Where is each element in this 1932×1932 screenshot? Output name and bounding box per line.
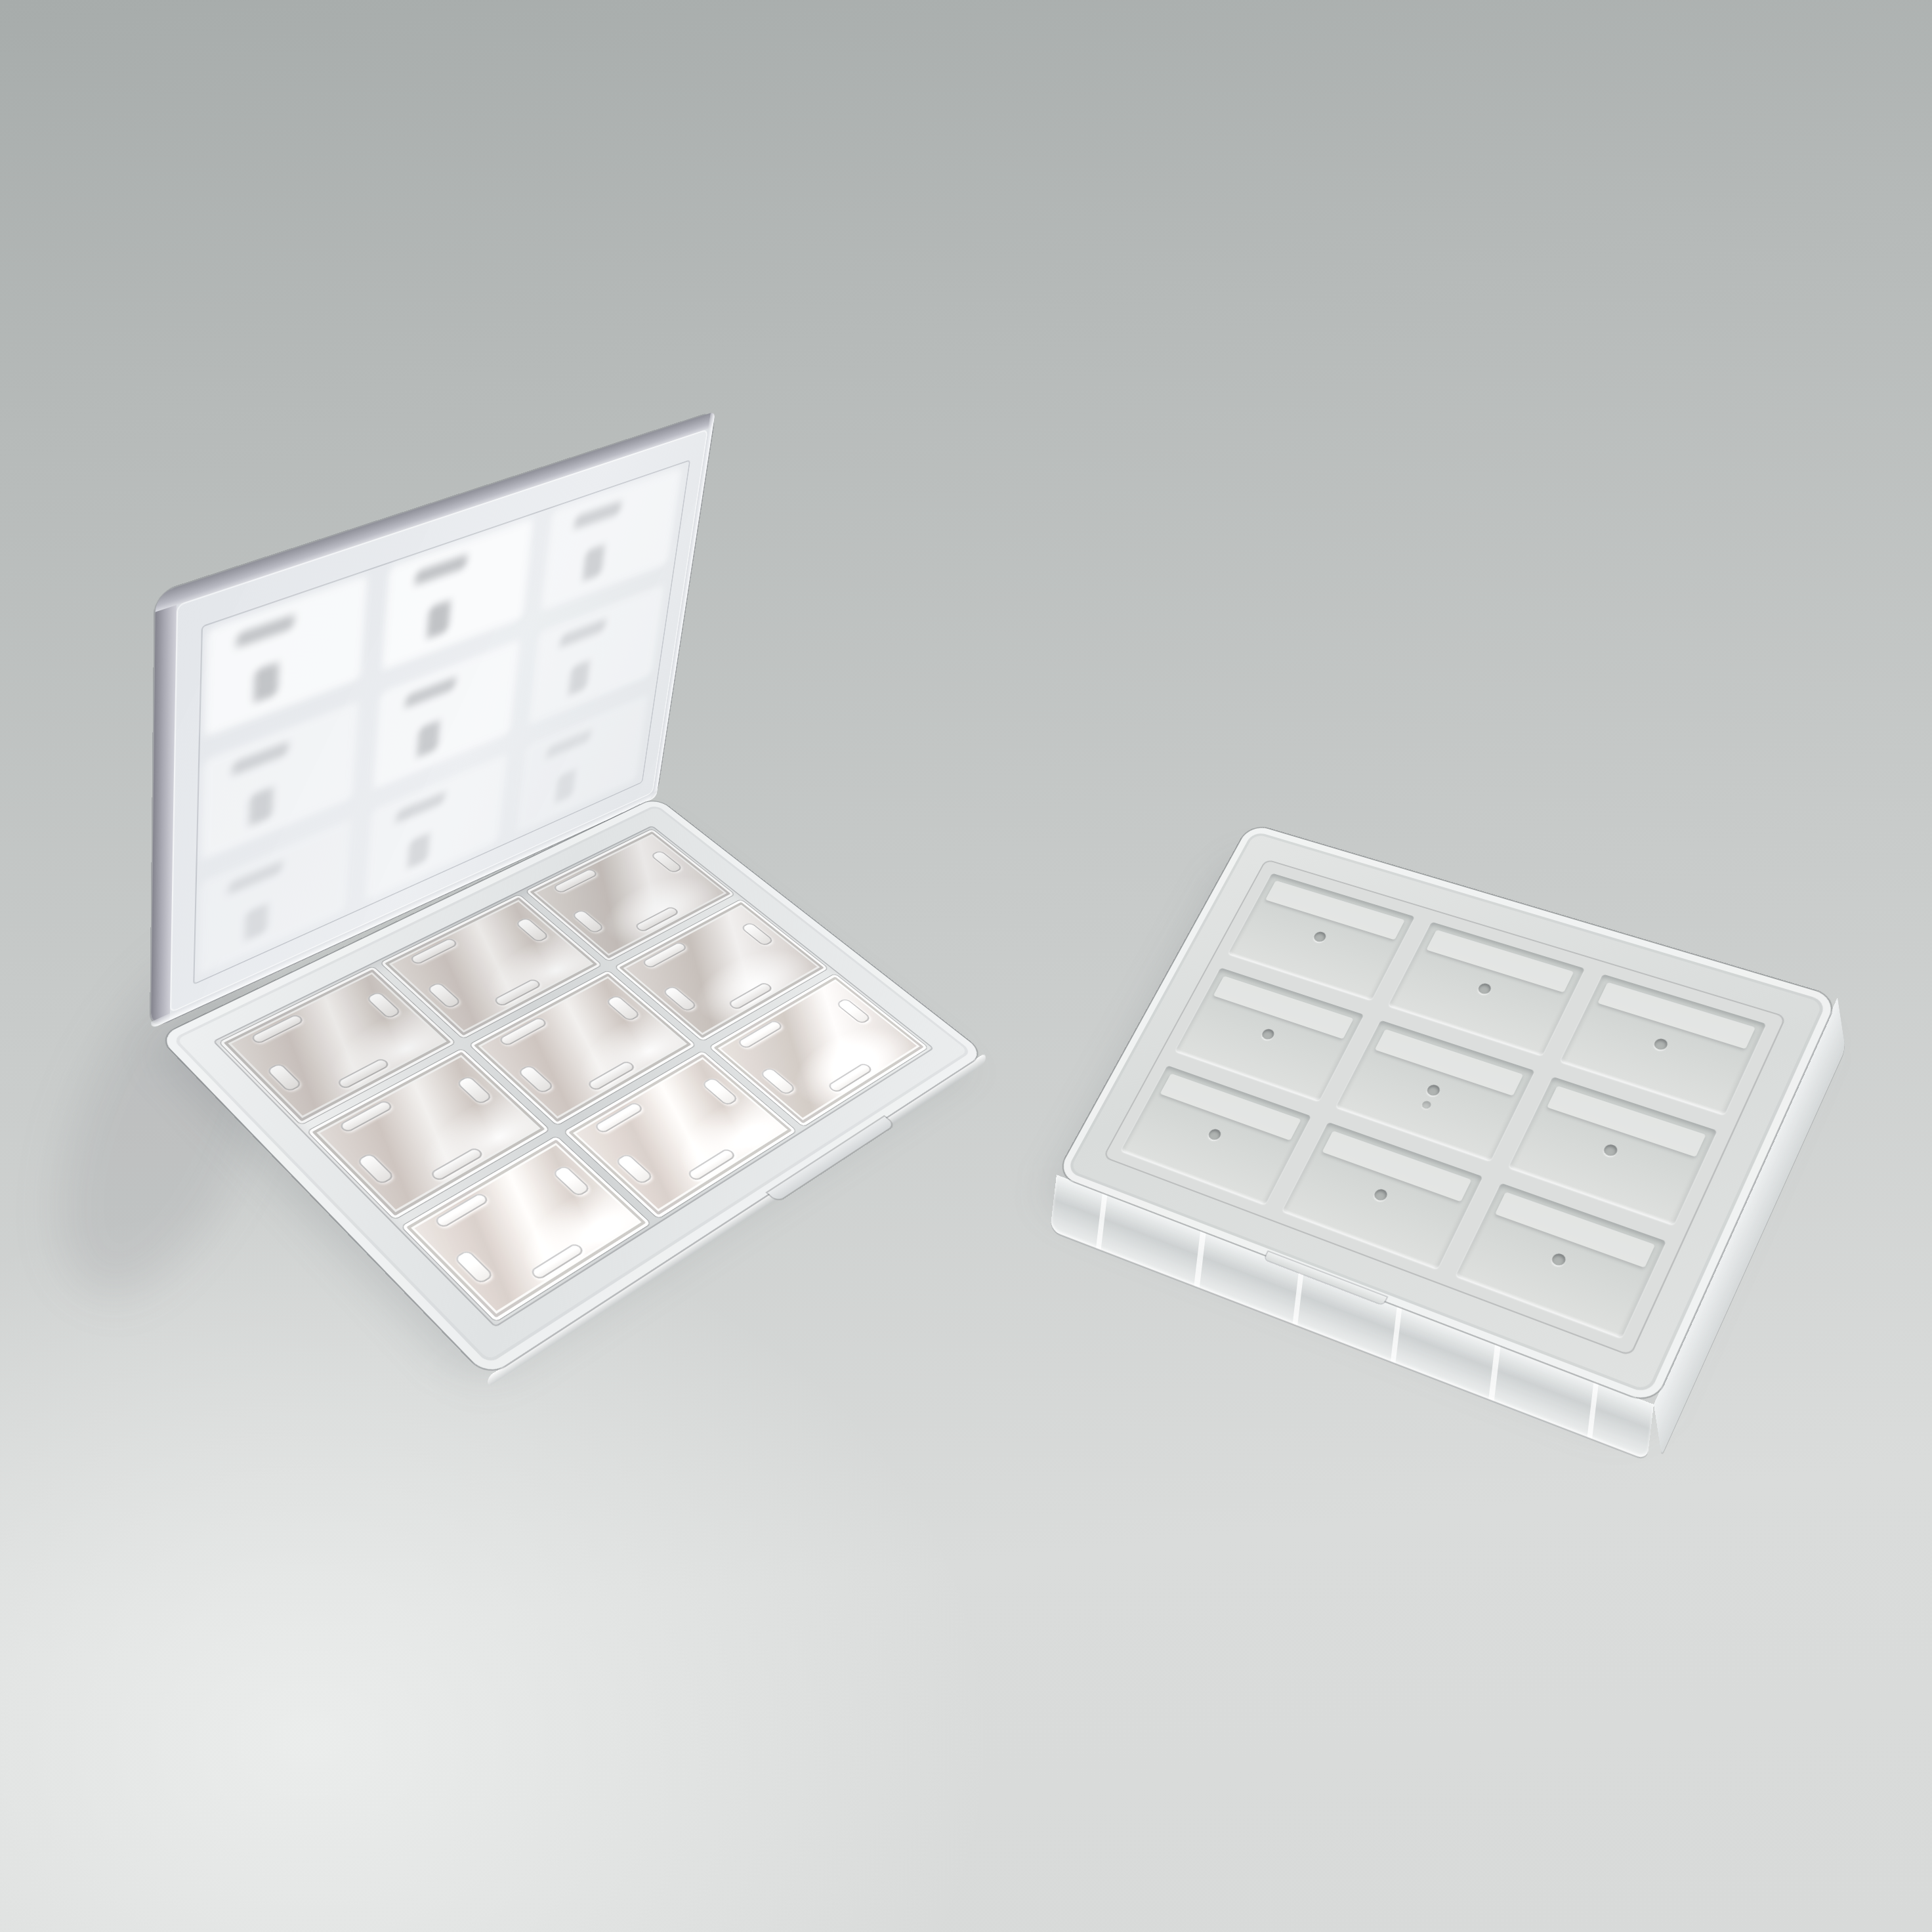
pan-stamp-slot	[641, 941, 688, 969]
pan-stamp-slot	[529, 1242, 585, 1281]
reflection-slot-mark	[405, 676, 456, 708]
pan-stamp-slot	[593, 1101, 645, 1135]
pan-stamp-slot	[514, 917, 549, 942]
pan-stamp-slot	[338, 1100, 394, 1134]
well-pin-hole	[1312, 931, 1328, 943]
well-ledge	[1265, 881, 1404, 940]
reflection-slot-mark	[574, 500, 622, 530]
pan-stamp-slot	[835, 997, 872, 1024]
well-pin-hole	[1425, 1083, 1442, 1097]
reflection-slot-mark	[253, 661, 279, 703]
pan-stamp-slot	[586, 1060, 637, 1092]
pan-stamp-slot	[433, 1192, 490, 1228]
well-pin-hole	[1206, 1128, 1222, 1142]
well-pin-hole	[1550, 1252, 1568, 1267]
well-pin-hole	[1477, 982, 1493, 995]
pan-stamp-slot	[517, 1064, 555, 1094]
reflection-slot-mark	[232, 741, 289, 776]
reflection-slot-mark	[228, 860, 283, 895]
pan-stamp-slot	[249, 1013, 304, 1045]
reflection-slot-mark	[249, 786, 273, 827]
pan-stamp-slot	[552, 1165, 591, 1198]
pan-stamp-slot	[701, 1077, 739, 1106]
reflection-slot-mark	[236, 614, 295, 648]
reflection-slot-mark	[546, 729, 592, 759]
well-pin-hole	[1260, 1028, 1276, 1041]
pan-stamp-slot	[408, 937, 459, 965]
well-ledge	[1426, 930, 1574, 993]
reflection-slot-mark	[568, 660, 590, 696]
pan-stamp-slot	[356, 1152, 396, 1185]
reflection-slot-mark	[582, 543, 605, 581]
pan-stamp-slot	[759, 1066, 797, 1096]
pan-stamp-slot	[650, 850, 684, 873]
reflection-slot-mark	[396, 791, 446, 824]
pan-stamp-slot	[736, 1019, 784, 1049]
pan-stamp-slot	[453, 1249, 494, 1285]
pan-stamp-slot	[266, 1062, 303, 1093]
pan-stamp-slot	[614, 1153, 654, 1185]
reflection-slot-mark	[427, 599, 451, 639]
pan-stamp-slot	[429, 1146, 485, 1182]
pan-stamp-slot	[727, 982, 774, 1011]
reflection-slot-mark	[417, 719, 440, 758]
pan-stamp-slot	[826, 1062, 873, 1093]
well-pin-hole	[1602, 1143, 1619, 1158]
pan-stamp-slot	[366, 991, 402, 1019]
well-pin-hole	[1372, 1188, 1389, 1202]
pan-stamp-slot	[661, 985, 698, 1013]
studio-background	[0, 0, 1932, 1932]
pan-stamp-slot	[634, 906, 681, 933]
reflection-slot-mark	[555, 768, 576, 804]
pan-stamp-slot	[552, 868, 598, 893]
pan-stamp-slot	[492, 978, 543, 1007]
pan-stamp-slot	[426, 982, 462, 1009]
pan-stamp-slot	[740, 921, 775, 947]
pan-stamp-slot	[570, 909, 605, 934]
reflection-slot-mark	[245, 902, 268, 942]
reflection-slot-mark	[408, 832, 430, 870]
well-ledge	[1597, 982, 1755, 1049]
pan-stamp-slot	[497, 1017, 549, 1047]
well-pin-hole	[1652, 1037, 1669, 1051]
pan-stamp-slot	[686, 1147, 737, 1182]
reflection-slot-mark	[559, 618, 606, 648]
pan-stamp-slot	[336, 1058, 390, 1091]
reflection-slot-mark	[414, 554, 467, 585]
pan-stamp-slot	[455, 1075, 493, 1105]
pan-stamp-slot	[604, 994, 641, 1022]
well-pin-hole	[1421, 1100, 1433, 1110]
